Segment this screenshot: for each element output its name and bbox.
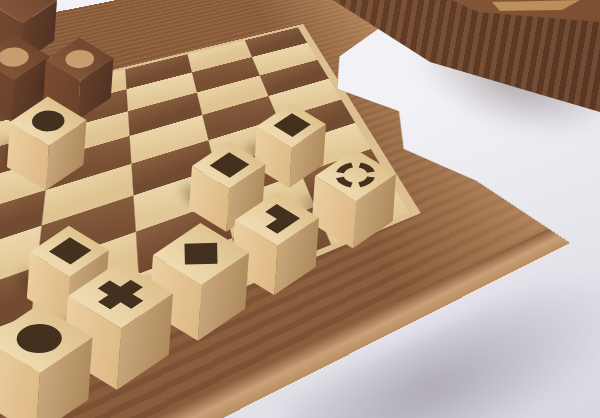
piece-maple-square-mid[interactable]: [192, 166, 241, 215]
square-inlay-icon: [209, 152, 249, 177]
product-photo-scene: [0, 0, 600, 418]
L-inlay-icon: [253, 204, 300, 234]
circle-inlay-icon: [7, 318, 71, 359]
diamond-inlay-icon: [184, 243, 217, 265]
circle-inlay-icon: [25, 106, 71, 135]
piece-maple-ring[interactable]: [315, 176, 369, 230]
circle-inlay-icon: [0, 43, 35, 70]
circle-inlay-icon: [60, 46, 101, 72]
piece-maple-circle-near[interactable]: [0, 340, 57, 411]
piece-dark-cube-ring-left[interactable]: [0, 58, 26, 106]
piece-dark-cube-ring-2[interactable]: [46, 60, 91, 105]
piece-maple-circle-back[interactable]: [10, 122, 61, 173]
square-inlay-icon: [48, 237, 91, 264]
cross-inlay-icon: [87, 273, 154, 316]
square-inlay-icon: [273, 113, 310, 137]
piece-layer: [0, 0, 600, 418]
